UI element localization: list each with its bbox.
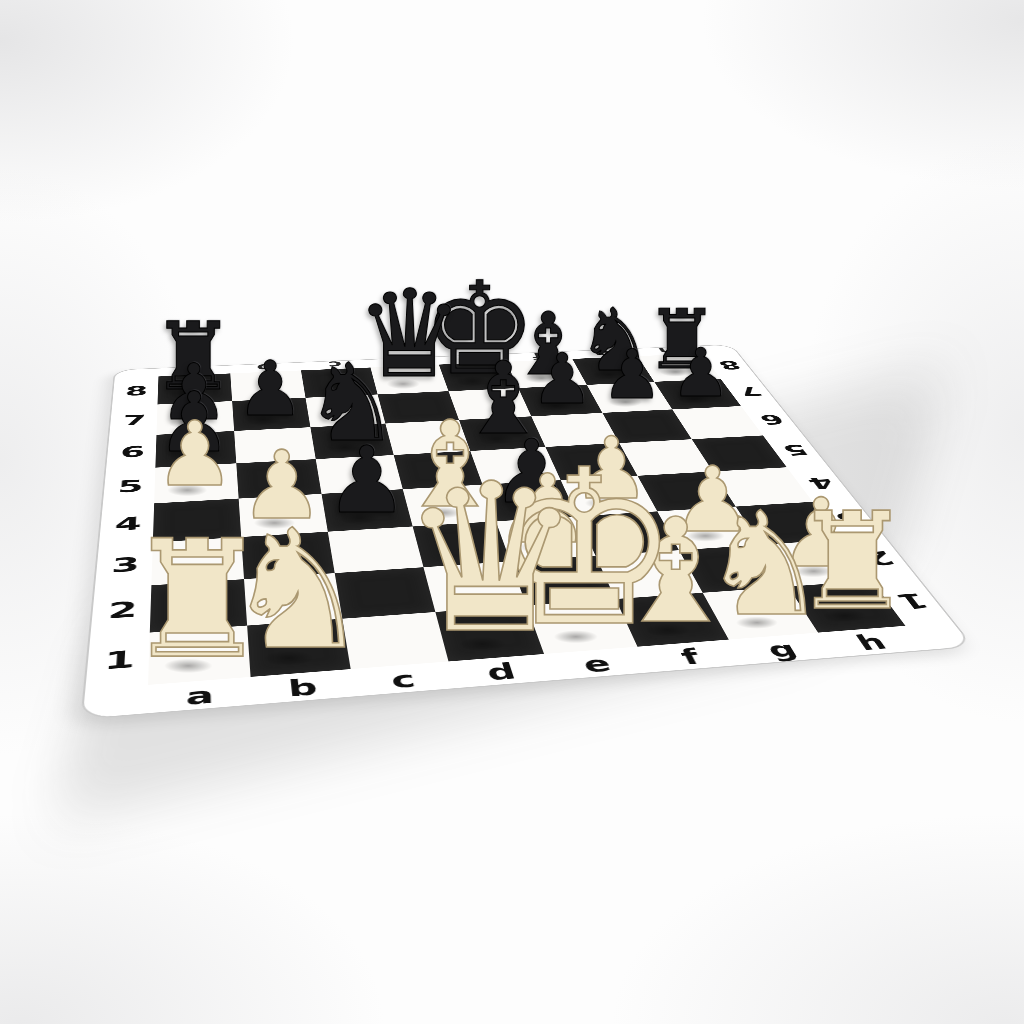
rank-label-left-6: 6: [120, 444, 146, 460]
piece-black-pawn-b7[interactable]: ♟: [236, 352, 304, 428]
rank-label-right-7: 7: [735, 385, 765, 398]
rank-label-left-8: 8: [125, 385, 149, 398]
product-photo-scene: aabbccddeeffgghh8877665544332211 ♜♛♚♝♞♜♟…: [0, 0, 1024, 1024]
piece-black-pawn-h7[interactable]: ♟: [671, 340, 731, 407]
piece-black-pawn-g7[interactable]: ♟: [601, 342, 662, 410]
rank-label-left-7: 7: [122, 413, 146, 427]
rank-label-right-5: 5: [779, 442, 812, 457]
rank-label-left-5: 5: [117, 478, 144, 495]
piece-white-pawn-a5[interactable]: ♟: [155, 410, 235, 499]
piece-white-queen-d1[interactable]: ♛: [399, 457, 583, 662]
rank-label-right-6: 6: [756, 413, 787, 427]
piece-white-rook-a1[interactable]: ♜: [125, 519, 271, 681]
